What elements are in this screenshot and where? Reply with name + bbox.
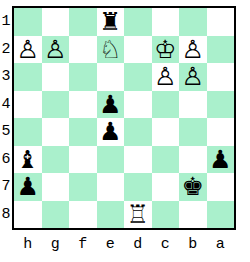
- chess-board: ♜♙♙♘♔♙♙♙♟♟♝♟♟♚♖: [12, 6, 236, 230]
- square-b3[interactable]: ♙: [179, 63, 207, 91]
- square-h5[interactable]: [14, 118, 42, 146]
- square-e5[interactable]: ♟: [97, 118, 125, 146]
- square-d4[interactable]: [124, 91, 152, 119]
- square-g8[interactable]: [42, 201, 70, 229]
- rank-label-3: 3: [0, 63, 12, 91]
- white-king-c2: ♔: [154, 36, 176, 64]
- black-pawn-a6: ♟: [209, 146, 231, 174]
- square-h8[interactable]: [14, 201, 42, 229]
- square-e2[interactable]: ♘: [97, 36, 125, 64]
- square-c1[interactable]: [152, 8, 180, 36]
- file-label-h: h: [14, 233, 42, 255]
- square-b1[interactable]: [179, 8, 207, 36]
- white-rook-d8: ♖: [127, 201, 149, 229]
- square-d6[interactable]: [124, 146, 152, 174]
- rank-label-6: 6: [0, 146, 12, 174]
- square-b8[interactable]: [179, 201, 207, 229]
- square-b5[interactable]: [179, 118, 207, 146]
- square-d7[interactable]: [124, 173, 152, 201]
- file-labels: hgfedcba: [14, 233, 234, 255]
- square-f4[interactable]: [69, 91, 97, 119]
- square-c8[interactable]: [152, 201, 180, 229]
- black-king-b7: ♚: [182, 173, 204, 201]
- square-f8[interactable]: [69, 201, 97, 229]
- square-h2[interactable]: ♙: [14, 36, 42, 64]
- rank-label-5: 5: [0, 118, 12, 146]
- square-a4[interactable]: [207, 91, 235, 119]
- rank-labels: 12345678: [0, 8, 12, 228]
- rank-label-1: 1: [0, 8, 12, 36]
- square-e3[interactable]: [97, 63, 125, 91]
- square-d3[interactable]: [124, 63, 152, 91]
- square-d1[interactable]: [124, 8, 152, 36]
- square-f3[interactable]: [69, 63, 97, 91]
- square-a1[interactable]: [207, 8, 235, 36]
- square-c4[interactable]: [152, 91, 180, 119]
- square-a5[interactable]: [207, 118, 235, 146]
- rank-label-8: 8: [0, 201, 12, 229]
- square-g4[interactable]: [42, 91, 70, 119]
- square-c2[interactable]: ♔: [152, 36, 180, 64]
- square-c6[interactable]: [152, 146, 180, 174]
- black-bishop-h6: ♝: [17, 146, 39, 174]
- square-b7[interactable]: ♚: [179, 173, 207, 201]
- rank-label-7: 7: [0, 173, 12, 201]
- rank-label-2: 2: [0, 36, 12, 64]
- file-label-e: e: [97, 233, 125, 255]
- square-c7[interactable]: [152, 173, 180, 201]
- square-e4[interactable]: ♟: [97, 91, 125, 119]
- file-label-b: b: [179, 233, 207, 255]
- square-g7[interactable]: [42, 173, 70, 201]
- rank-label-4: 4: [0, 91, 12, 119]
- file-label-g: g: [42, 233, 70, 255]
- chess-diagram: 12345678 ♜♙♙♘♔♙♙♙♟♟♝♟♟♚♖ hgfedcba: [0, 0, 250, 262]
- square-e1[interactable]: ♜: [97, 8, 125, 36]
- square-a3[interactable]: [207, 63, 235, 91]
- file-label-f: f: [69, 233, 97, 255]
- white-knight-e2: ♘: [99, 36, 121, 64]
- square-e8[interactable]: [97, 201, 125, 229]
- square-g2[interactable]: ♙: [42, 36, 70, 64]
- square-a6[interactable]: ♟: [207, 146, 235, 174]
- black-pawn-e4: ♟: [99, 91, 121, 119]
- white-pawn-c3: ♙: [154, 63, 176, 91]
- square-a2[interactable]: [207, 36, 235, 64]
- file-label-a: a: [207, 233, 235, 255]
- square-h1[interactable]: [14, 8, 42, 36]
- white-pawn-b2: ♙: [182, 36, 204, 64]
- square-h7[interactable]: ♟: [14, 173, 42, 201]
- black-pawn-h7: ♟: [17, 173, 39, 201]
- square-h4[interactable]: [14, 91, 42, 119]
- square-e6[interactable]: [97, 146, 125, 174]
- file-label-d: d: [124, 233, 152, 255]
- square-g3[interactable]: [42, 63, 70, 91]
- white-pawn-g2: ♙: [44, 36, 66, 64]
- square-g5[interactable]: [42, 118, 70, 146]
- square-b6[interactable]: [179, 146, 207, 174]
- square-h3[interactable]: [14, 63, 42, 91]
- black-rook-e1: ♜: [99, 8, 121, 36]
- square-g6[interactable]: [42, 146, 70, 174]
- square-d2[interactable]: [124, 36, 152, 64]
- square-b4[interactable]: [179, 91, 207, 119]
- square-a7[interactable]: [207, 173, 235, 201]
- square-f7[interactable]: [69, 173, 97, 201]
- square-a8[interactable]: [207, 201, 235, 229]
- square-c5[interactable]: [152, 118, 180, 146]
- file-label-c: c: [152, 233, 180, 255]
- square-d5[interactable]: [124, 118, 152, 146]
- black-pawn-e5: ♟: [99, 118, 121, 146]
- square-c3[interactable]: ♙: [152, 63, 180, 91]
- square-f2[interactable]: [69, 36, 97, 64]
- square-h6[interactable]: ♝: [14, 146, 42, 174]
- square-d8[interactable]: ♖: [124, 201, 152, 229]
- square-g1[interactable]: [42, 8, 70, 36]
- white-pawn-h2: ♙: [17, 36, 39, 64]
- square-f6[interactable]: [69, 146, 97, 174]
- square-f1[interactable]: [69, 8, 97, 36]
- square-f5[interactable]: [69, 118, 97, 146]
- square-e7[interactable]: [97, 173, 125, 201]
- white-pawn-b3: ♙: [182, 63, 204, 91]
- square-b2[interactable]: ♙: [179, 36, 207, 64]
